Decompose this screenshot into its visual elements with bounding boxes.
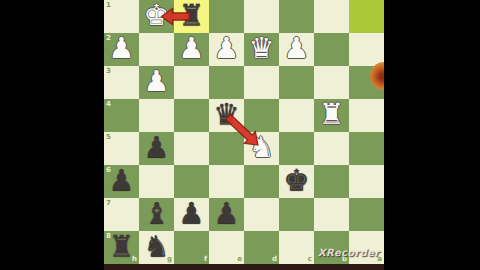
xrecorder-watermark: XRecorder (318, 247, 380, 258)
square-b7[interactable] (314, 198, 349, 231)
rank-label-8: 8 (106, 232, 111, 240)
screen-bottom-bar (104, 264, 384, 270)
file-label-c: c (308, 255, 312, 263)
square-h3[interactable]: 3 (104, 66, 139, 99)
rank-label-6: 6 (106, 166, 111, 174)
piece-white-rook-b4[interactable]: ♜ (314, 98, 349, 131)
screen: 12345678hgfedcba♚♛♜♞♟♟♟♟♟♚♛♜♜♞♝♟♟♟♟ XRec… (0, 0, 480, 270)
square-e1[interactable] (209, 0, 244, 33)
square-a1[interactable] (349, 0, 384, 33)
square-g2[interactable] (139, 33, 174, 66)
square-a4[interactable] (349, 99, 384, 132)
square-e6[interactable] (209, 165, 244, 198)
square-f6[interactable] (174, 165, 209, 198)
square-d6[interactable] (244, 165, 279, 198)
piece-white-king-g1[interactable]: ♚ (139, 0, 174, 32)
square-h7[interactable]: 7 (104, 198, 139, 231)
rank-label-1: 1 (106, 1, 111, 9)
square-f8[interactable]: f (174, 231, 209, 264)
piece-black-pawn-g5[interactable]: ♟ (139, 131, 174, 164)
square-b1[interactable] (314, 0, 349, 33)
square-b3[interactable] (314, 66, 349, 99)
rank-label-7: 7 (106, 199, 111, 207)
square-b5[interactable] (314, 132, 349, 165)
square-c3[interactable] (279, 66, 314, 99)
file-label-d: d (272, 255, 277, 263)
square-e8[interactable]: e (209, 231, 244, 264)
square-d8[interactable]: d (244, 231, 279, 264)
file-label-h: h (132, 255, 137, 263)
square-d7[interactable] (244, 198, 279, 231)
piece-white-knight-d5[interactable]: ♞ (244, 131, 279, 164)
rank-label-2: 2 (106, 34, 111, 42)
square-a5[interactable] (349, 132, 384, 165)
piece-black-queen-e4[interactable]: ♛ (209, 98, 244, 131)
square-c8[interactable]: c (279, 231, 314, 264)
square-c4[interactable] (279, 99, 314, 132)
square-e5[interactable] (209, 132, 244, 165)
piece-white-pawn-c2[interactable]: ♟ (279, 32, 314, 65)
piece-black-pawn-f7[interactable]: ♟ (174, 197, 209, 230)
piece-white-pawn-g3[interactable]: ♟ (139, 65, 174, 98)
square-g6[interactable] (139, 165, 174, 198)
square-g4[interactable] (139, 99, 174, 132)
chess-board[interactable]: 12345678hgfedcba♚♛♜♞♟♟♟♟♟♚♛♜♜♞♝♟♟♟♟ (104, 0, 384, 264)
piece-white-pawn-e2[interactable]: ♟ (209, 32, 244, 65)
square-d3[interactable] (244, 66, 279, 99)
square-a7[interactable] (349, 198, 384, 231)
rank-label-5: 5 (106, 133, 111, 141)
square-h1[interactable]: 1 (104, 0, 139, 33)
piece-black-rook-f1[interactable]: ♜ (174, 0, 209, 32)
square-a6[interactable] (349, 165, 384, 198)
square-d1[interactable] (244, 0, 279, 33)
piece-black-bishop-g7[interactable]: ♝ (139, 197, 174, 230)
square-c5[interactable] (279, 132, 314, 165)
piece-white-pawn-f2[interactable]: ♟ (174, 32, 209, 65)
rank-label-3: 3 (106, 67, 111, 75)
square-f4[interactable] (174, 99, 209, 132)
square-e3[interactable] (209, 66, 244, 99)
square-h5[interactable]: 5 (104, 132, 139, 165)
piece-white-queen-d2[interactable]: ♛ (244, 32, 279, 65)
square-f5[interactable] (174, 132, 209, 165)
square-b2[interactable] (314, 33, 349, 66)
file-label-f: f (204, 255, 207, 263)
square-c1[interactable] (279, 0, 314, 33)
square-h4[interactable]: 4 (104, 99, 139, 132)
square-b6[interactable] (314, 165, 349, 198)
square-c7[interactable] (279, 198, 314, 231)
file-label-g: g (167, 255, 172, 263)
piece-black-king-c6[interactable]: ♚ (279, 164, 314, 197)
square-d4[interactable] (244, 99, 279, 132)
piece-black-pawn-e7[interactable]: ♟ (209, 197, 244, 230)
file-label-e: e (237, 255, 242, 263)
square-f3[interactable] (174, 66, 209, 99)
square-a2[interactable] (349, 33, 384, 66)
rank-label-4: 4 (106, 100, 111, 108)
